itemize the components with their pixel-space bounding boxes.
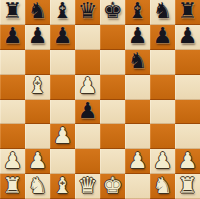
- square-e1[interactable]: ♚: [100, 174, 125, 199]
- square-f3[interactable]: [125, 124, 150, 149]
- piece-black-rook[interactable]: ♜: [3, 0, 23, 22]
- square-b4[interactable]: [25, 100, 50, 125]
- square-b8[interactable]: ♞: [25, 0, 50, 25]
- piece-black-knight[interactable]: ♞: [28, 0, 48, 22]
- square-d3[interactable]: [75, 124, 100, 149]
- square-c4[interactable]: [50, 100, 75, 125]
- square-h2[interactable]: ♟: [175, 149, 200, 174]
- square-d6[interactable]: [75, 50, 100, 75]
- square-e6[interactable]: [100, 50, 125, 75]
- square-e2[interactable]: [100, 149, 125, 174]
- square-f1[interactable]: [125, 174, 150, 199]
- square-g2[interactable]: ♟: [150, 149, 175, 174]
- square-d2[interactable]: [75, 149, 100, 174]
- square-h5[interactable]: [175, 75, 200, 100]
- square-h8[interactable]: ♜: [175, 0, 200, 25]
- square-c8[interactable]: ♝: [50, 0, 75, 25]
- piece-white-rook[interactable]: ♜: [3, 175, 23, 197]
- square-d5[interactable]: ♟: [75, 75, 100, 100]
- piece-black-pawn[interactable]: ♟: [153, 25, 173, 47]
- square-a2[interactable]: ♟: [0, 149, 25, 174]
- piece-black-king[interactable]: ♚: [103, 0, 123, 22]
- square-e5[interactable]: [100, 75, 125, 100]
- square-c5[interactable]: [50, 75, 75, 100]
- piece-white-pawn[interactable]: ♟: [3, 150, 23, 172]
- square-a7[interactable]: ♟: [0, 25, 25, 50]
- square-a4[interactable]: [0, 100, 25, 125]
- square-g5[interactable]: [150, 75, 175, 100]
- piece-black-pawn[interactable]: ♟: [28, 25, 48, 47]
- square-h6[interactable]: [175, 50, 200, 75]
- piece-black-pawn[interactable]: ♟: [78, 100, 98, 122]
- square-g1[interactable]: ♞: [150, 174, 175, 199]
- square-b3[interactable]: [25, 124, 50, 149]
- square-c7[interactable]: ♟: [50, 25, 75, 50]
- piece-white-rook[interactable]: ♜: [178, 175, 198, 197]
- piece-white-king[interactable]: ♚: [103, 175, 123, 197]
- square-h1[interactable]: ♜: [175, 174, 200, 199]
- square-b2[interactable]: ♟: [25, 149, 50, 174]
- square-d4[interactable]: ♟: [75, 100, 100, 125]
- square-a3[interactable]: [0, 124, 25, 149]
- square-c2[interactable]: [50, 149, 75, 174]
- square-f4[interactable]: [125, 100, 150, 125]
- square-f6[interactable]: ♞: [125, 50, 150, 75]
- square-e4[interactable]: [100, 100, 125, 125]
- piece-white-pawn[interactable]: ♟: [28, 150, 48, 172]
- piece-black-rook[interactable]: ♜: [178, 0, 198, 22]
- square-g8[interactable]: ♞: [150, 0, 175, 25]
- piece-black-knight[interactable]: ♞: [128, 50, 148, 72]
- piece-white-queen[interactable]: ♛: [78, 175, 98, 197]
- piece-black-bishop[interactable]: ♝: [53, 0, 73, 22]
- piece-white-pawn[interactable]: ♟: [128, 150, 148, 172]
- square-b6[interactable]: [25, 50, 50, 75]
- piece-white-pawn[interactable]: ♟: [78, 75, 98, 97]
- piece-black-pawn[interactable]: ♟: [178, 25, 198, 47]
- square-a5[interactable]: [0, 75, 25, 100]
- square-f2[interactable]: ♟: [125, 149, 150, 174]
- piece-black-bishop[interactable]: ♝: [128, 0, 148, 22]
- piece-white-pawn[interactable]: ♟: [153, 150, 173, 172]
- square-d1[interactable]: ♛: [75, 174, 100, 199]
- square-h4[interactable]: [175, 100, 200, 125]
- square-h7[interactable]: ♟: [175, 25, 200, 50]
- square-g4[interactable]: [150, 100, 175, 125]
- square-b1[interactable]: ♞: [25, 174, 50, 199]
- square-c6[interactable]: [50, 50, 75, 75]
- square-b7[interactable]: ♟: [25, 25, 50, 50]
- square-f5[interactable]: [125, 75, 150, 100]
- square-f7[interactable]: ♟: [125, 25, 150, 50]
- square-g6[interactable]: [150, 50, 175, 75]
- square-d7[interactable]: [75, 25, 100, 50]
- square-h3[interactable]: [175, 124, 200, 149]
- piece-white-bishop[interactable]: ♝: [28, 75, 48, 97]
- square-a6[interactable]: [0, 50, 25, 75]
- piece-white-bishop[interactable]: ♝: [53, 175, 73, 197]
- square-c3[interactable]: ♟: [50, 124, 75, 149]
- piece-black-pawn[interactable]: ♟: [3, 25, 23, 47]
- piece-black-pawn[interactable]: ♟: [53, 25, 73, 47]
- piece-black-queen[interactable]: ♛: [78, 0, 98, 22]
- square-g7[interactable]: ♟: [150, 25, 175, 50]
- piece-black-knight[interactable]: ♞: [153, 0, 173, 22]
- piece-white-knight[interactable]: ♞: [28, 175, 48, 197]
- square-e3[interactable]: [100, 124, 125, 149]
- piece-white-knight[interactable]: ♞: [153, 175, 173, 197]
- chess-board: ♜♞♝♛♚♝♞♜♟♟♟♟♟♟♞♝♟♟♟♟♟♟♟♟♜♞♝♛♚♞♜: [0, 0, 200, 199]
- piece-white-pawn[interactable]: ♟: [53, 125, 73, 147]
- square-f8[interactable]: ♝: [125, 0, 150, 25]
- square-a8[interactable]: ♜: [0, 0, 25, 25]
- square-g3[interactable]: [150, 124, 175, 149]
- square-c1[interactable]: ♝: [50, 174, 75, 199]
- square-a1[interactable]: ♜: [0, 174, 25, 199]
- square-e7[interactable]: [100, 25, 125, 50]
- square-b5[interactable]: ♝: [25, 75, 50, 100]
- square-e8[interactable]: ♚: [100, 0, 125, 25]
- piece-white-pawn[interactable]: ♟: [178, 150, 198, 172]
- piece-black-pawn[interactable]: ♟: [128, 25, 148, 47]
- square-d8[interactable]: ♛: [75, 0, 100, 25]
